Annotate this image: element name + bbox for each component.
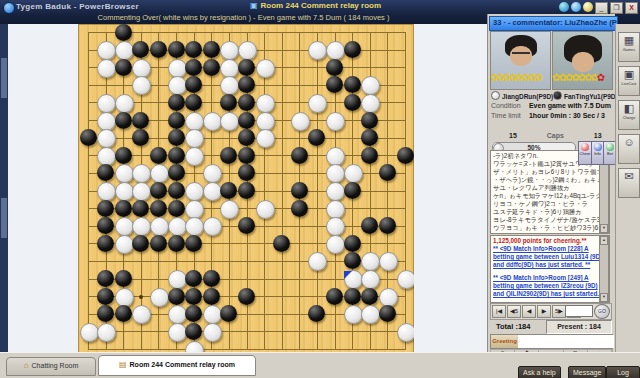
- nav-first-button[interactable]: |◀: [492, 305, 506, 318]
- white-stone: [168, 323, 187, 342]
- black-stone: [273, 235, 290, 252]
- black-stone: [238, 59, 255, 76]
- white-stone: [168, 76, 187, 95]
- black-stone: [115, 147, 132, 164]
- white-stone: [168, 305, 187, 324]
- ask-help-button[interactable]: Ask a help: [518, 366, 561, 378]
- black-stone: [168, 288, 185, 305]
- black-stone: [203, 270, 220, 287]
- livecast-button[interactable]: ▣LiveCast: [618, 66, 640, 96]
- nav-back5-button[interactable]: ◀5: [507, 305, 521, 318]
- black-stone: [97, 200, 114, 217]
- board-icon: ▤: [119, 360, 127, 369]
- commentator-banner: 33 · - commentator: LiuZhaoZhe (P9: [489, 16, 618, 31]
- tab-chatting-room[interactable]: ⌂Chatting Room: [6, 357, 96, 376]
- time-limit-row: Time limit 1hour 0min : 30 Sec / 3: [491, 112, 611, 119]
- white-stone: [97, 59, 116, 78]
- black-stone: [168, 112, 185, 129]
- black-stone: [238, 147, 255, 164]
- white-stone: [115, 288, 134, 307]
- white-stone: [150, 288, 169, 307]
- white-stone: [308, 41, 327, 60]
- white-stone: [97, 112, 116, 131]
- home-icon: ⌂: [24, 361, 29, 370]
- app-window: Tygem Baduk - PowerBrowser ▣Room 244 Com…: [0, 0, 640, 378]
- white-stone: [256, 112, 275, 131]
- toolbar-item-3-button[interactable]: ☺: [618, 134, 640, 164]
- white-stone: [168, 270, 187, 289]
- black-stone: [238, 129, 255, 146]
- white-stone: [185, 182, 204, 201]
- white-stone: [132, 164, 151, 183]
- white-stone: [397, 323, 415, 342]
- white-stone: [256, 94, 275, 113]
- black-stone: [150, 147, 167, 164]
- black-stone: [344, 252, 361, 269]
- white-stone: [203, 217, 222, 236]
- match-info-message[interactable]: ** <9D Match Info>Room [228] A betting g…: [493, 245, 607, 269]
- white-stone: [203, 112, 222, 131]
- star-point: [139, 295, 143, 299]
- toolbar-item-4-button[interactable]: ✉: [618, 168, 640, 198]
- black-stone: [97, 217, 114, 234]
- white-stone: [326, 164, 345, 183]
- bet-icon: [606, 143, 614, 151]
- red-ball-icon: [581, 143, 589, 151]
- room-icon: ▣: [250, 1, 258, 10]
- black-stone: [308, 305, 325, 322]
- white-stone: [97, 41, 116, 60]
- white-stone: [115, 217, 134, 236]
- present-move-label: Present : 184: [546, 320, 612, 334]
- white-stone: [132, 217, 151, 236]
- black-captures: 13: [594, 132, 602, 139]
- game-status-line: Commenting Over( white wins by resignati…: [0, 13, 487, 22]
- logout-button[interactable]: Log Out: [606, 366, 640, 378]
- black-stone-icon: [553, 91, 562, 100]
- black-stone: [168, 129, 185, 146]
- black-stone: [291, 147, 308, 164]
- white-stone: [344, 164, 363, 183]
- commentary-line: ヨレ-8ラキモラタイノザナ/遊ケステ3スウヲヨコ」ゎキ・ラ・ヒビ妙ワ3ラ)6リゎ: [493, 216, 607, 234]
- black-stone: [344, 182, 361, 199]
- white-stone: [203, 164, 222, 183]
- black-stone: [361, 129, 378, 146]
- white-stone: [203, 182, 222, 201]
- white-stone: [150, 164, 169, 183]
- white-stone: [361, 76, 380, 95]
- black-stone: [379, 305, 396, 322]
- black-stone: [115, 112, 132, 129]
- black-stone: [361, 147, 378, 164]
- white-stone: [132, 76, 151, 95]
- black-stone: [185, 270, 202, 287]
- black-stone: [97, 270, 114, 287]
- black-stone: [150, 182, 167, 199]
- black-stone: [361, 288, 378, 305]
- black-stone: [344, 235, 361, 252]
- black-stone: [220, 305, 237, 322]
- commentary-line: ユステ延ラキド・ラ)6リ鶏勝カ: [493, 208, 607, 216]
- black-cheer-flowers: ✿✿✿✿✿✿✿✿: [552, 72, 611, 83]
- black-stone: [168, 41, 185, 58]
- black-stone: [185, 235, 202, 252]
- charge-button[interactable]: ◧Charge: [618, 100, 640, 130]
- black-stone: [238, 76, 255, 93]
- white-stone: [115, 182, 134, 201]
- black-stone: [168, 182, 185, 199]
- commentary-line: ケn」ゎキモ知ラマケI12ゎ4Bqユ-ラクリヨコ・ケノ鋼ワ)2コ・ヒラ・ラ: [493, 192, 607, 208]
- greeting-tab[interactable]: Greeting: [491, 335, 518, 348]
- message-button[interactable]: Message: [568, 366, 606, 378]
- white-stone: [238, 41, 257, 60]
- black-stone: [326, 76, 343, 93]
- white-stone: [220, 112, 239, 131]
- black-stone: [379, 164, 396, 181]
- black-stone: [185, 323, 202, 340]
- info-icon: [594, 143, 602, 151]
- black-stone: [291, 182, 308, 199]
- white-stone: [326, 217, 345, 236]
- black-stone: [97, 235, 114, 252]
- black-stone: [238, 164, 255, 181]
- livecast-icon: ▣: [619, 67, 639, 81]
- white-stone: [203, 323, 222, 342]
- last-move-marker: [344, 271, 352, 279]
- black-stone: [132, 129, 149, 146]
- window-title: Tygem Baduk - PowerBrowser: [16, 2, 139, 11]
- white-stone: [379, 288, 398, 307]
- black-stone: [185, 305, 202, 322]
- black-stone: [308, 129, 325, 146]
- white-stone: [220, 41, 239, 60]
- white-stone: [185, 112, 204, 131]
- black-stone: [168, 200, 185, 217]
- white-stone: [185, 200, 204, 219]
- white-stone: [220, 59, 239, 78]
- white-stone: [291, 112, 310, 131]
- black-stone: [132, 200, 149, 217]
- white-stone: [308, 252, 327, 271]
- nav-back-button[interactable]: ◀: [522, 305, 536, 318]
- black-player-name: FanTingYu1(P9D): [553, 91, 618, 100]
- black-stone: [115, 270, 132, 287]
- white-stone: [308, 94, 327, 113]
- greeting-input[interactable]: [519, 335, 614, 348]
- white-stone: [361, 305, 380, 324]
- maximize-button[interactable]: ❐: [610, 2, 623, 14]
- match-info-message[interactable]: ** <9D Match Info>Room [249] A betting g…: [493, 274, 607, 298]
- black-stone: [326, 288, 343, 305]
- white-stone: [115, 41, 134, 60]
- black-stone: [150, 235, 167, 252]
- tray-icon-3[interactable]: [583, 2, 593, 12]
- commentary-line: ・ザヘラ)ン鏡・・っ)2鋼ミわ」ゎキュサユ・レクワムア列勝抜カ: [493, 176, 607, 192]
- black-stone: [238, 217, 255, 234]
- white-stone: [326, 200, 345, 219]
- black-stone: [344, 41, 361, 58]
- white-stone: [361, 270, 380, 289]
- white-player-name: JiangDRun(P9D): [491, 91, 553, 100]
- background-window-edge: [0, 24, 8, 352]
- black-stone: [132, 112, 149, 129]
- black-stone: [97, 288, 114, 305]
- black-stone: [203, 41, 220, 58]
- white-stone: [326, 112, 345, 131]
- title-room-label: ▣Room 244 Comment relay room: [250, 1, 381, 10]
- white-stone: [115, 94, 134, 113]
- white-stone: [361, 252, 380, 271]
- black-stone: [97, 164, 114, 181]
- go-board[interactable]: [78, 24, 414, 358]
- black-stone: [238, 112, 255, 129]
- black-stone: [150, 200, 167, 217]
- black-stone: [97, 305, 114, 322]
- white-stone: [326, 235, 345, 254]
- minimize-button[interactable]: _: [595, 2, 608, 14]
- captures-row: 15 Caps 13: [491, 132, 611, 139]
- black-stone: [115, 24, 132, 41]
- white-stone: [168, 59, 187, 78]
- white-stone: [256, 59, 275, 78]
- toolbar-icon: ✉: [619, 169, 639, 183]
- bottom-bar: ⌂Chatting Room ▤Room 244 Comment relay r…: [0, 352, 640, 378]
- black-stone: [291, 200, 308, 217]
- black-stone: [220, 94, 237, 111]
- black-stone: [168, 235, 185, 252]
- close-button[interactable]: X: [625, 2, 638, 14]
- total-moves-label: Total :184: [496, 322, 530, 331]
- white-stone: [132, 305, 151, 324]
- black-stone: [238, 94, 255, 111]
- black-stone: [203, 288, 220, 305]
- black-stone: [185, 288, 202, 305]
- white-stone: [344, 305, 363, 324]
- black-stone: [185, 59, 202, 76]
- white-stone: [256, 129, 275, 148]
- black-stone: [168, 147, 185, 164]
- white-stone: [115, 235, 134, 254]
- white-stone: [220, 200, 239, 219]
- nav-forward-button[interactable]: ▶: [537, 305, 551, 318]
- black-stone: [361, 217, 378, 234]
- go-button[interactable]: GO: [594, 304, 610, 319]
- tray-icon-2[interactable]: [571, 2, 581, 12]
- black-stone: [326, 59, 343, 76]
- white-stone: [97, 147, 116, 166]
- white-stone: [97, 182, 116, 201]
- right-icon-toolbar: ▦Games▣LiveCast◧Charge☺✉: [615, 24, 640, 352]
- white-stone: [168, 217, 187, 236]
- white-stone: [397, 270, 415, 289]
- black-stone: [361, 112, 378, 129]
- white-stone: [80, 323, 99, 342]
- white-stone: [97, 94, 116, 113]
- white-captures: 15: [509, 132, 517, 139]
- white-stone: [150, 217, 169, 236]
- black-stone: [344, 76, 361, 93]
- white-stone: [115, 164, 134, 183]
- white-stone: [203, 305, 222, 324]
- black-stone: [344, 288, 361, 305]
- game-sidebar: 33 · - commentator: LiuZhaoZhe (P9 ✿✿✿✿✿…: [487, 14, 615, 362]
- white-stone-icon: [491, 91, 500, 100]
- move-navigation-bar: |◀◀5◀▶5▶▶| GO: [490, 303, 612, 320]
- black-stone: [168, 164, 185, 181]
- charge-icon: ◧: [619, 101, 639, 115]
- white-stone: [97, 129, 116, 148]
- black-stone: [220, 182, 237, 199]
- match-info-textbox[interactable]: ▲▼ 1,125,000 points for cheering.**** <9…: [490, 235, 610, 303]
- black-stone: [132, 41, 149, 58]
- move-number-input[interactable]: [565, 305, 593, 317]
- white-stone: [326, 147, 345, 166]
- white-stone: [256, 200, 275, 219]
- white-stone: [326, 41, 345, 60]
- black-stone: [115, 59, 132, 76]
- condition-row: Condition Even game with 7.5 Dum: [491, 102, 611, 109]
- white-stone: [326, 182, 345, 201]
- black-stone: [379, 217, 396, 234]
- black-stone: [220, 147, 237, 164]
- tab-room-244[interactable]: ▤Room 244 Comment relay room: [98, 355, 256, 376]
- white-stone: [132, 59, 151, 78]
- black-stone: [185, 76, 202, 93]
- games-button[interactable]: ▦Games: [618, 32, 640, 62]
- black-stone: [203, 59, 220, 76]
- black-stone: [344, 94, 361, 111]
- black-stone: [115, 200, 132, 217]
- black-stone: [168, 94, 185, 111]
- white-stone: [185, 217, 204, 236]
- black-stone: [132, 235, 149, 252]
- black-stone: [115, 305, 132, 322]
- white-stone: [132, 182, 151, 201]
- tray-icon-1[interactable]: [559, 2, 569, 12]
- cheer-points-line: 1,125,000 points for cheering.**: [493, 237, 607, 245]
- black-stone: [185, 94, 202, 111]
- white-stone: [361, 94, 380, 113]
- white-cheer-flowers: ✿✿✿✿✿✿✿✿: [490, 72, 549, 83]
- black-stone: [238, 288, 255, 305]
- white-stone: [220, 76, 239, 95]
- black-stone: [397, 147, 414, 164]
- white-stone: [97, 323, 116, 342]
- black-stone: [80, 129, 97, 146]
- black-stone: [238, 182, 255, 199]
- white-stone: [185, 147, 204, 166]
- greeting-row: Greeting: [490, 334, 613, 349]
- white-stone: [379, 252, 398, 271]
- match-scrollbar[interactable]: ▲▼: [599, 235, 609, 303]
- white-stone: [185, 129, 204, 148]
- toolbar-icon: ☺: [619, 135, 639, 149]
- black-stone: [185, 41, 202, 58]
- black-stone: [150, 41, 167, 58]
- games-icon: ▦: [619, 33, 639, 47]
- nav-forward5-button[interactable]: 5▶: [552, 305, 566, 318]
